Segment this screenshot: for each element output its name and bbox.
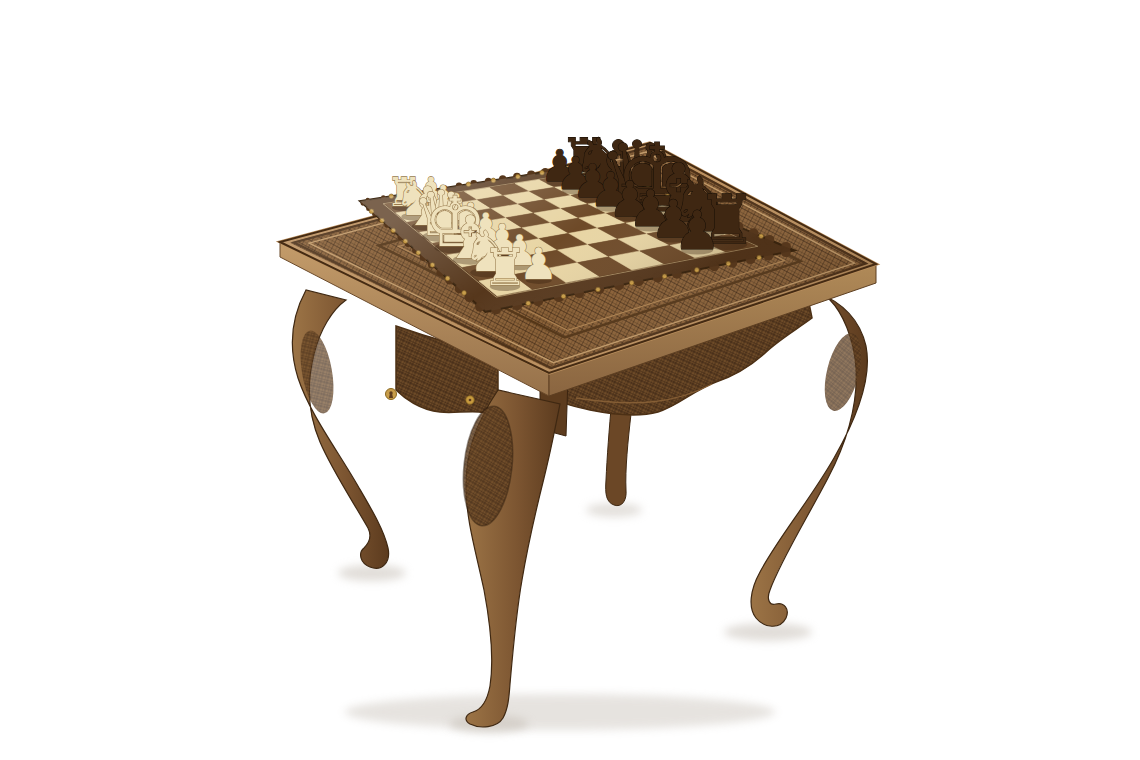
- drawer-keyhole: [386, 389, 397, 400]
- scene-svg: ♜♟♞♟♝♟♛♟♜♟♟♚♞♟♟♝♝♟♟♞♛♟♟♜♚♟♟♝♟♞♟♜: [0, 0, 1140, 760]
- drawer-keyhole-2: [466, 396, 474, 404]
- photo-chess-table: ♜♟♞♟♝♟♛♟♜♟♟♚♞♟♟♝♝♟♟♞♛♟♟♜♚♟♟♝♟♞♟♜: [0, 0, 1140, 760]
- piece-white-rook-h1: ♜: [482, 238, 527, 297]
- piece-black-pawn-h7: ♟: [673, 199, 721, 262]
- floor-shadow-main: [345, 694, 775, 730]
- floor-shadows: [338, 503, 812, 733]
- table-leg-left: [292, 290, 388, 568]
